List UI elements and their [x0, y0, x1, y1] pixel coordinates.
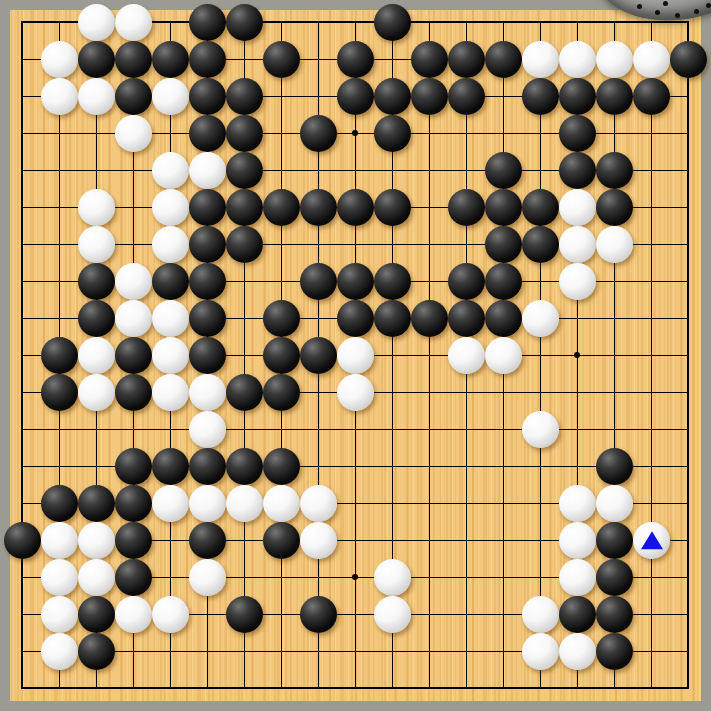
black-stone [559, 596, 596, 633]
white-stone [152, 189, 189, 226]
white-stone [337, 337, 374, 374]
black-stone [189, 115, 226, 152]
black-stone [337, 189, 374, 226]
star-point [352, 130, 358, 136]
white-stone [41, 41, 78, 78]
white-stone [152, 78, 189, 115]
black-stone [78, 263, 115, 300]
white-stone [522, 596, 559, 633]
black-stone [189, 226, 226, 263]
black-stone [41, 337, 78, 374]
star-point [574, 352, 580, 358]
black-stone [4, 522, 41, 559]
black-stone [300, 115, 337, 152]
black-stone [189, 522, 226, 559]
grid-line-horizontal [22, 429, 688, 430]
star-point [352, 574, 358, 580]
black-stone [226, 374, 263, 411]
black-stone [263, 374, 300, 411]
white-stone [522, 300, 559, 337]
black-stone [226, 115, 263, 152]
white-stone [78, 337, 115, 374]
white-stone [559, 522, 596, 559]
black-stone [374, 263, 411, 300]
black-stone [115, 78, 152, 115]
white-stone [559, 189, 596, 226]
black-stone [411, 78, 448, 115]
black-stone [485, 41, 522, 78]
black-stone [226, 596, 263, 633]
white-stone [41, 559, 78, 596]
black-stone [337, 300, 374, 337]
bowl-rivet-dot [694, 9, 699, 14]
white-stone [78, 374, 115, 411]
black-stone [300, 596, 337, 633]
white-stone [485, 337, 522, 374]
black-stone [448, 189, 485, 226]
white-stone [189, 485, 226, 522]
white-stone [78, 226, 115, 263]
white-stone [559, 633, 596, 670]
white-stone [189, 411, 226, 448]
black-stone [485, 152, 522, 189]
white-stone [522, 41, 559, 78]
bowl-rivet-dot [637, 4, 642, 9]
white-stone [152, 485, 189, 522]
grid-line-vertical [651, 22, 652, 688]
white-stone [189, 152, 226, 189]
black-stone [263, 189, 300, 226]
white-stone [559, 559, 596, 596]
white-stone [596, 485, 633, 522]
go-board[interactable] [10, 10, 701, 701]
white-stone [152, 226, 189, 263]
black-stone [115, 337, 152, 374]
white-stone [115, 115, 152, 152]
black-stone [78, 633, 115, 670]
black-stone [596, 559, 633, 596]
black-stone [485, 189, 522, 226]
black-stone [300, 189, 337, 226]
black-stone [152, 41, 189, 78]
black-stone [115, 485, 152, 522]
black-stone [596, 152, 633, 189]
bowl-rivet-dot [663, 1, 668, 6]
black-stone [189, 78, 226, 115]
black-stone [448, 263, 485, 300]
bowl-rivet-dot [706, 3, 711, 8]
black-stone [78, 485, 115, 522]
white-stone [263, 485, 300, 522]
black-stone [226, 189, 263, 226]
black-stone [522, 78, 559, 115]
white-stone [226, 485, 263, 522]
black-stone [374, 115, 411, 152]
white-stone [559, 41, 596, 78]
white-stone [41, 596, 78, 633]
grid-line-vertical [540, 22, 541, 688]
black-stone [411, 41, 448, 78]
black-stone [596, 596, 633, 633]
white-stone [115, 300, 152, 337]
black-stone [300, 263, 337, 300]
black-stone [152, 448, 189, 485]
white-stone [633, 522, 670, 559]
black-stone [337, 263, 374, 300]
white-stone [522, 411, 559, 448]
black-stone [78, 596, 115, 633]
white-stone [152, 300, 189, 337]
white-stone [559, 226, 596, 263]
white-stone [522, 633, 559, 670]
black-stone [485, 300, 522, 337]
black-stone [559, 78, 596, 115]
black-stone [485, 263, 522, 300]
black-stone [485, 226, 522, 263]
white-stone [78, 4, 115, 41]
black-stone [263, 300, 300, 337]
white-stone [152, 152, 189, 189]
white-stone [300, 522, 337, 559]
black-stone [596, 78, 633, 115]
black-stone [189, 337, 226, 374]
white-stone [152, 596, 189, 633]
white-stone [559, 263, 596, 300]
black-stone [115, 448, 152, 485]
white-stone [596, 41, 633, 78]
black-stone [596, 633, 633, 670]
black-stone [115, 522, 152, 559]
white-stone [633, 41, 670, 78]
black-stone [522, 226, 559, 263]
black-stone [41, 374, 78, 411]
black-stone [411, 300, 448, 337]
white-stone [337, 374, 374, 411]
black-stone [189, 263, 226, 300]
grid-line-vertical [429, 22, 430, 688]
black-stone [448, 41, 485, 78]
white-stone [374, 559, 411, 596]
black-stone [115, 559, 152, 596]
bowl-rivet-dot [675, 13, 680, 18]
black-stone [300, 337, 337, 374]
black-stone [115, 374, 152, 411]
black-stone [78, 300, 115, 337]
white-stone [448, 337, 485, 374]
black-stone [115, 41, 152, 78]
black-stone [189, 448, 226, 485]
black-stone [263, 337, 300, 374]
black-stone [189, 41, 226, 78]
black-stone [633, 78, 670, 115]
white-stone [115, 596, 152, 633]
white-stone [189, 374, 226, 411]
go-app-window [0, 0, 711, 711]
black-stone [189, 189, 226, 226]
white-stone [41, 522, 78, 559]
black-stone [522, 189, 559, 226]
black-stone [226, 78, 263, 115]
bowl-rivet-dot [655, 10, 660, 15]
black-stone [337, 41, 374, 78]
white-stone [78, 522, 115, 559]
white-stone [189, 559, 226, 596]
black-stone [596, 448, 633, 485]
black-stone [226, 152, 263, 189]
black-stone [226, 448, 263, 485]
white-stone [41, 78, 78, 115]
black-stone [559, 152, 596, 189]
black-stone [263, 448, 300, 485]
white-stone [596, 226, 633, 263]
white-stone [374, 596, 411, 633]
white-stone [300, 485, 337, 522]
black-stone [189, 300, 226, 337]
black-stone [374, 189, 411, 226]
black-stone [670, 41, 707, 78]
white-stone [78, 559, 115, 596]
white-stone [78, 189, 115, 226]
black-stone [78, 41, 115, 78]
last-move-triangle-marker [641, 531, 663, 549]
black-stone [374, 78, 411, 115]
black-stone [263, 522, 300, 559]
black-stone [189, 4, 226, 41]
black-stone [152, 263, 189, 300]
white-stone [41, 633, 78, 670]
black-stone [596, 522, 633, 559]
black-stone [263, 41, 300, 78]
white-stone [115, 263, 152, 300]
black-stone [41, 485, 78, 522]
black-stone [448, 300, 485, 337]
black-stone [226, 226, 263, 263]
black-stone [374, 4, 411, 41]
black-stone [596, 189, 633, 226]
black-stone [374, 300, 411, 337]
white-stone [559, 485, 596, 522]
black-stone [337, 78, 374, 115]
black-stone [448, 78, 485, 115]
black-stone [226, 4, 263, 41]
white-stone [152, 337, 189, 374]
white-stone [78, 78, 115, 115]
white-stone [152, 374, 189, 411]
black-stone [559, 115, 596, 152]
white-stone [115, 4, 152, 41]
